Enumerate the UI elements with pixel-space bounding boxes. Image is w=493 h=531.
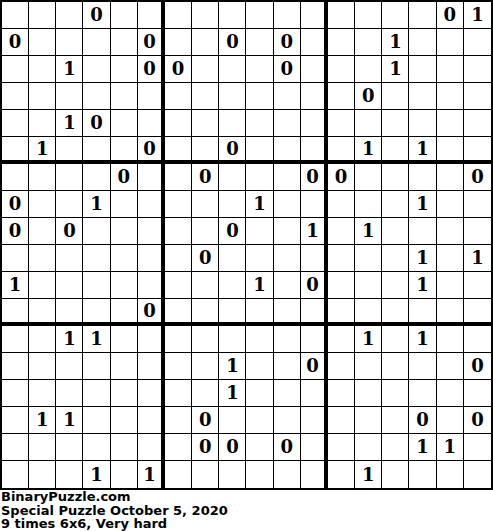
cell-r11c13[interactable] bbox=[328, 272, 355, 299]
cell-r18c1[interactable] bbox=[2, 461, 29, 488]
cell-r6c3[interactable] bbox=[56, 137, 83, 164]
cell-r17c11: 0 bbox=[274, 434, 301, 461]
cell-r3c11: 0 bbox=[274, 56, 301, 83]
cell-r4c10[interactable] bbox=[246, 83, 273, 110]
cell-r7c11[interactable] bbox=[274, 164, 301, 191]
cell-r12c4[interactable] bbox=[83, 299, 110, 326]
cell-r1c9[interactable] bbox=[219, 2, 246, 29]
cell-r10c3[interactable] bbox=[56, 245, 83, 272]
cell-r16c14[interactable] bbox=[355, 407, 382, 434]
puzzle-subtitle: Special Puzzle October 5, 2020 bbox=[1, 504, 493, 518]
cell-r3c18[interactable] bbox=[464, 56, 491, 83]
cell-r1c15[interactable] bbox=[382, 2, 409, 29]
cell-r15c12[interactable] bbox=[301, 380, 328, 407]
cell-r13c18[interactable] bbox=[464, 326, 491, 353]
cell-r4c13[interactable] bbox=[328, 83, 355, 110]
cell-r12c9[interactable] bbox=[219, 299, 246, 326]
cell-r2c14[interactable] bbox=[355, 29, 382, 56]
cell-r14c16[interactable] bbox=[409, 353, 436, 380]
cell-r4c1[interactable] bbox=[2, 83, 29, 110]
cell-r15c11[interactable] bbox=[274, 380, 301, 407]
cell-r5c13[interactable] bbox=[328, 110, 355, 137]
cell-r15c15[interactable] bbox=[382, 380, 409, 407]
cell-r10c9[interactable] bbox=[219, 245, 246, 272]
cell-r16c2: 1 bbox=[29, 407, 56, 434]
cell-r1c13[interactable] bbox=[328, 2, 355, 29]
cell-r16c15[interactable] bbox=[382, 407, 409, 434]
cell-r6c14: 1 bbox=[355, 137, 382, 164]
cell-r8c3[interactable] bbox=[56, 191, 83, 218]
cell-r12c11[interactable] bbox=[274, 299, 301, 326]
cell-r8c7[interactable] bbox=[165, 191, 192, 218]
cell-r17c18[interactable] bbox=[464, 434, 491, 461]
cell-r13c15[interactable] bbox=[382, 326, 409, 353]
cell-r17c10[interactable] bbox=[246, 434, 273, 461]
cell-r10c14[interactable] bbox=[355, 245, 382, 272]
cell-r6c13[interactable] bbox=[328, 137, 355, 164]
cell-r15c1[interactable] bbox=[2, 380, 29, 407]
cell-r16c4[interactable] bbox=[83, 407, 110, 434]
cell-r6c1[interactable] bbox=[2, 137, 29, 164]
cell-r10c18: 1 bbox=[464, 245, 491, 272]
cell-r14c6[interactable] bbox=[138, 353, 165, 380]
cell-r2c13[interactable] bbox=[328, 29, 355, 56]
cell-r3c10[interactable] bbox=[246, 56, 273, 83]
cell-r7c7[interactable] bbox=[165, 164, 192, 191]
cell-r9c16[interactable] bbox=[409, 218, 436, 245]
cell-r13c2[interactable] bbox=[29, 326, 56, 353]
cell-r9c15[interactable] bbox=[382, 218, 409, 245]
cell-r18c7[interactable] bbox=[165, 461, 192, 488]
cell-r16c10[interactable] bbox=[246, 407, 273, 434]
cell-r12c15[interactable] bbox=[382, 299, 409, 326]
cell-r6c16: 1 bbox=[409, 137, 436, 164]
cell-r4c14: 0 bbox=[355, 83, 382, 110]
cell-r9c1: 0 bbox=[2, 218, 29, 245]
cell-r8c5[interactable] bbox=[111, 191, 138, 218]
cell-r13c12[interactable] bbox=[301, 326, 328, 353]
cell-r15c2[interactable] bbox=[29, 380, 56, 407]
cell-r4c2[interactable] bbox=[29, 83, 56, 110]
cell-r9c11[interactable] bbox=[274, 218, 301, 245]
cell-r15c10[interactable] bbox=[246, 380, 273, 407]
puzzle-description: 9 times 6x6, Very hard bbox=[1, 517, 493, 531]
cell-r8c12[interactable] bbox=[301, 191, 328, 218]
cell-r7c5: 0 bbox=[111, 164, 138, 191]
cell-r5c8[interactable] bbox=[192, 110, 219, 137]
cell-r1c6[interactable] bbox=[138, 2, 165, 29]
cell-r12c14[interactable] bbox=[355, 299, 382, 326]
cell-r14c2[interactable] bbox=[29, 353, 56, 380]
cell-r12c7[interactable] bbox=[165, 299, 192, 326]
cell-r4c12[interactable] bbox=[301, 83, 328, 110]
cell-r17c4[interactable] bbox=[83, 434, 110, 461]
cell-r10c8: 0 bbox=[192, 245, 219, 272]
cell-r14c7[interactable] bbox=[165, 353, 192, 380]
footer: BinaryPuzzle.com Special Puzzle October … bbox=[1, 490, 493, 531]
cell-r12c13[interactable] bbox=[328, 299, 355, 326]
cell-r11c8[interactable] bbox=[192, 272, 219, 299]
cell-r2c6: 0 bbox=[138, 29, 165, 56]
cell-r3c16[interactable] bbox=[409, 56, 436, 83]
cell-r10c13[interactable] bbox=[328, 245, 355, 272]
cell-r3c8[interactable] bbox=[192, 56, 219, 83]
cell-r17c15[interactable] bbox=[382, 434, 409, 461]
cell-r3c2[interactable] bbox=[29, 56, 56, 83]
cell-r2c12[interactable] bbox=[301, 29, 328, 56]
cell-r16c1[interactable] bbox=[2, 407, 29, 434]
cell-r16c6[interactable] bbox=[138, 407, 165, 434]
cell-r10c5[interactable] bbox=[111, 245, 138, 272]
cell-r11c15[interactable] bbox=[382, 272, 409, 299]
cell-r6c8[interactable] bbox=[192, 137, 219, 164]
cell-r9c13[interactable] bbox=[328, 218, 355, 245]
cell-r7c6[interactable] bbox=[138, 164, 165, 191]
cell-r10c1[interactable] bbox=[2, 245, 29, 272]
cell-r12c10[interactable] bbox=[246, 299, 273, 326]
cell-r9c10[interactable] bbox=[246, 218, 273, 245]
cell-r4c3[interactable] bbox=[56, 83, 83, 110]
cell-r7c4[interactable] bbox=[83, 164, 110, 191]
cell-r17c8: 0 bbox=[192, 434, 219, 461]
cell-r12c3[interactable] bbox=[56, 299, 83, 326]
cell-r5c2[interactable] bbox=[29, 110, 56, 137]
cell-r9c18[interactable] bbox=[464, 218, 491, 245]
cell-r14c11[interactable] bbox=[274, 353, 301, 380]
cell-r5c9[interactable] bbox=[219, 110, 246, 137]
cell-r14c12: 0 bbox=[301, 353, 328, 380]
cell-r9c8[interactable] bbox=[192, 218, 219, 245]
cell-r18c10[interactable] bbox=[246, 461, 273, 488]
cell-r13c10[interactable] bbox=[246, 326, 273, 353]
cell-r13c7[interactable] bbox=[165, 326, 192, 353]
cell-r14c14[interactable] bbox=[355, 353, 382, 380]
cell-r18c9[interactable] bbox=[219, 461, 246, 488]
cell-r14c10[interactable] bbox=[246, 353, 273, 380]
cell-r9c5[interactable] bbox=[111, 218, 138, 245]
cell-r13c17[interactable] bbox=[437, 326, 464, 353]
cell-r12c8[interactable] bbox=[192, 299, 219, 326]
cell-r18c4: 1 bbox=[83, 461, 110, 488]
cell-r11c2[interactable] bbox=[29, 272, 56, 299]
cell-r5c10[interactable] bbox=[246, 110, 273, 137]
cell-r12c2[interactable] bbox=[29, 299, 56, 326]
cell-r17c6[interactable] bbox=[138, 434, 165, 461]
cell-r2c17[interactable] bbox=[437, 29, 464, 56]
cell-r5c14[interactable] bbox=[355, 110, 382, 137]
cell-r10c10[interactable] bbox=[246, 245, 273, 272]
cell-r2c3[interactable] bbox=[56, 29, 83, 56]
cell-r3c14[interactable] bbox=[355, 56, 382, 83]
cell-r1c10[interactable] bbox=[246, 2, 273, 29]
cell-r18c5[interactable] bbox=[111, 461, 138, 488]
cell-r2c7[interactable] bbox=[165, 29, 192, 56]
cell-r17c5[interactable] bbox=[111, 434, 138, 461]
cell-r10c4[interactable] bbox=[83, 245, 110, 272]
cell-r10c11[interactable] bbox=[274, 245, 301, 272]
cell-r14c4[interactable] bbox=[83, 353, 110, 380]
cell-r11c4[interactable] bbox=[83, 272, 110, 299]
cell-r4c18[interactable] bbox=[464, 83, 491, 110]
cell-r9c2[interactable] bbox=[29, 218, 56, 245]
cell-r7c3[interactable] bbox=[56, 164, 83, 191]
cell-r4c4[interactable] bbox=[83, 83, 110, 110]
cell-r10c12[interactable] bbox=[301, 245, 328, 272]
cell-r5c1[interactable] bbox=[2, 110, 29, 137]
cell-r1c12[interactable] bbox=[301, 2, 328, 29]
cell-r3c5[interactable] bbox=[111, 56, 138, 83]
cell-r7c9[interactable] bbox=[219, 164, 246, 191]
cell-r1c17: 0 bbox=[437, 2, 464, 29]
cell-r14c17[interactable] bbox=[437, 353, 464, 380]
cell-r3c4[interactable] bbox=[83, 56, 110, 83]
cell-r9c4[interactable] bbox=[83, 218, 110, 245]
cell-r6c17[interactable] bbox=[437, 137, 464, 164]
cell-r3c9[interactable] bbox=[219, 56, 246, 83]
cell-r1c2[interactable] bbox=[29, 2, 56, 29]
cell-r5c11[interactable] bbox=[274, 110, 301, 137]
cell-r14c1[interactable] bbox=[2, 353, 29, 380]
cell-r2c8[interactable] bbox=[192, 29, 219, 56]
cell-r13c4: 1 bbox=[83, 326, 110, 353]
cell-r17c13[interactable] bbox=[328, 434, 355, 461]
cell-r5c12[interactable] bbox=[301, 110, 328, 137]
cell-r14c9: 1 bbox=[219, 353, 246, 380]
cell-r1c1[interactable] bbox=[2, 2, 29, 29]
cell-r7c12: 0 bbox=[301, 164, 328, 191]
cell-r17c17: 1 bbox=[437, 434, 464, 461]
cell-r9c3: 0 bbox=[56, 218, 83, 245]
cell-r3c7: 0 bbox=[165, 56, 192, 83]
cell-r5c6[interactable] bbox=[138, 110, 165, 137]
cell-r13c3: 1 bbox=[56, 326, 83, 353]
cell-r8c18[interactable] bbox=[464, 191, 491, 218]
cell-r18c2[interactable] bbox=[29, 461, 56, 488]
cell-r10c7[interactable] bbox=[165, 245, 192, 272]
cell-r16c13[interactable] bbox=[328, 407, 355, 434]
cell-r4c15[interactable] bbox=[382, 83, 409, 110]
cell-r10c2[interactable] bbox=[29, 245, 56, 272]
cell-r6c5[interactable] bbox=[111, 137, 138, 164]
cell-r14c15[interactable] bbox=[382, 353, 409, 380]
puzzle-board: 0010000110001010100110000001110001101111… bbox=[2, 2, 491, 488]
cell-r7c15[interactable] bbox=[382, 164, 409, 191]
cell-r18c3[interactable] bbox=[56, 461, 83, 488]
cell-r9c17[interactable] bbox=[437, 218, 464, 245]
cell-r8c4: 1 bbox=[83, 191, 110, 218]
cell-r6c18[interactable] bbox=[464, 137, 491, 164]
cell-r16c9[interactable] bbox=[219, 407, 246, 434]
cell-r12c18[interactable] bbox=[464, 299, 491, 326]
cell-r1c3[interactable] bbox=[56, 2, 83, 29]
cell-r11c11[interactable] bbox=[274, 272, 301, 299]
cell-r5c7[interactable] bbox=[165, 110, 192, 137]
cell-r6c11[interactable] bbox=[274, 137, 301, 164]
cell-r15c16[interactable] bbox=[409, 380, 436, 407]
cell-r2c4[interactable] bbox=[83, 29, 110, 56]
cell-r3c17[interactable] bbox=[437, 56, 464, 83]
cell-r1c14[interactable] bbox=[355, 2, 382, 29]
cell-r16c5[interactable] bbox=[111, 407, 138, 434]
cell-r1c8[interactable] bbox=[192, 2, 219, 29]
cell-r3c12[interactable] bbox=[301, 56, 328, 83]
cell-r17c3[interactable] bbox=[56, 434, 83, 461]
cell-r1c5[interactable] bbox=[111, 2, 138, 29]
cell-r18c17[interactable] bbox=[437, 461, 464, 488]
cell-r11c7[interactable] bbox=[165, 272, 192, 299]
cell-r14c13[interactable] bbox=[328, 353, 355, 380]
cell-r15c3[interactable] bbox=[56, 380, 83, 407]
cell-r8c11[interactable] bbox=[274, 191, 301, 218]
cell-r12c5[interactable] bbox=[111, 299, 138, 326]
cell-r16c7[interactable] bbox=[165, 407, 192, 434]
cell-r7c14[interactable] bbox=[355, 164, 382, 191]
cell-r8c14[interactable] bbox=[355, 191, 382, 218]
cell-r4c11[interactable] bbox=[274, 83, 301, 110]
cell-r5c4: 0 bbox=[83, 110, 110, 137]
cell-r7c10[interactable] bbox=[246, 164, 273, 191]
cell-r2c5[interactable] bbox=[111, 29, 138, 56]
cell-r7c2[interactable] bbox=[29, 164, 56, 191]
cell-r9c6[interactable] bbox=[138, 218, 165, 245]
cell-r8c17[interactable] bbox=[437, 191, 464, 218]
cell-r11c18[interactable] bbox=[464, 272, 491, 299]
cell-r8c2[interactable] bbox=[29, 191, 56, 218]
cell-r11c9[interactable] bbox=[219, 272, 246, 299]
cell-r12c12[interactable] bbox=[301, 299, 328, 326]
cell-r17c7[interactable] bbox=[165, 434, 192, 461]
cell-r2c2[interactable] bbox=[29, 29, 56, 56]
cell-r5c3: 1 bbox=[56, 110, 83, 137]
cell-r7c16[interactable] bbox=[409, 164, 436, 191]
cell-r18c8[interactable] bbox=[192, 461, 219, 488]
cell-r2c16[interactable] bbox=[409, 29, 436, 56]
cell-r14c5[interactable] bbox=[111, 353, 138, 380]
cell-r16c18: 0 bbox=[464, 407, 491, 434]
cell-r6c7[interactable] bbox=[165, 137, 192, 164]
cell-r4c8[interactable] bbox=[192, 83, 219, 110]
cell-r13c5[interactable] bbox=[111, 326, 138, 353]
cell-r12c6: 0 bbox=[138, 299, 165, 326]
cell-r1c11[interactable] bbox=[274, 2, 301, 29]
cell-r18c14: 1 bbox=[355, 461, 382, 488]
cell-r18c13[interactable] bbox=[328, 461, 355, 488]
cell-r14c3[interactable] bbox=[56, 353, 83, 380]
cell-r4c16[interactable] bbox=[409, 83, 436, 110]
cell-r11c14[interactable] bbox=[355, 272, 382, 299]
cell-r13c6[interactable] bbox=[138, 326, 165, 353]
cell-r3c13[interactable] bbox=[328, 56, 355, 83]
cell-r5c16[interactable] bbox=[409, 110, 436, 137]
cell-r15c6[interactable] bbox=[138, 380, 165, 407]
cell-r16c17[interactable] bbox=[437, 407, 464, 434]
cell-r6c10[interactable] bbox=[246, 137, 273, 164]
cell-r13c9[interactable] bbox=[219, 326, 246, 353]
cell-r6c15[interactable] bbox=[382, 137, 409, 164]
cell-r4c5[interactable] bbox=[111, 83, 138, 110]
cell-r18c18[interactable] bbox=[464, 461, 491, 488]
cell-r4c9[interactable] bbox=[219, 83, 246, 110]
cell-r13c11[interactable] bbox=[274, 326, 301, 353]
cell-r5c18[interactable] bbox=[464, 110, 491, 137]
cell-r12c16[interactable] bbox=[409, 299, 436, 326]
cell-r15c5[interactable] bbox=[111, 380, 138, 407]
cell-r8c9[interactable] bbox=[219, 191, 246, 218]
cell-r13c13[interactable] bbox=[328, 326, 355, 353]
cell-r5c5[interactable] bbox=[111, 110, 138, 137]
cell-r9c7[interactable] bbox=[165, 218, 192, 245]
cell-r15c4[interactable] bbox=[83, 380, 110, 407]
cell-r15c8[interactable] bbox=[192, 380, 219, 407]
cell-r15c13[interactable] bbox=[328, 380, 355, 407]
cell-r11c3[interactable] bbox=[56, 272, 83, 299]
cell-r1c7[interactable] bbox=[165, 2, 192, 29]
cell-r16c11[interactable] bbox=[274, 407, 301, 434]
cell-r18c15[interactable] bbox=[382, 461, 409, 488]
cell-r18c12[interactable] bbox=[301, 461, 328, 488]
cell-r3c3: 1 bbox=[56, 56, 83, 83]
cell-r11c5[interactable] bbox=[111, 272, 138, 299]
cell-r8c8[interactable] bbox=[192, 191, 219, 218]
cell-r4c7[interactable] bbox=[165, 83, 192, 110]
cell-r12c17[interactable] bbox=[437, 299, 464, 326]
cell-r15c18[interactable] bbox=[464, 380, 491, 407]
cell-r6c12[interactable] bbox=[301, 137, 328, 164]
cell-r2c18[interactable] bbox=[464, 29, 491, 56]
cell-r11c6[interactable] bbox=[138, 272, 165, 299]
cell-r12c1[interactable] bbox=[2, 299, 29, 326]
cell-r11c12: 0 bbox=[301, 272, 328, 299]
cell-r8c13[interactable] bbox=[328, 191, 355, 218]
cell-r10c15[interactable] bbox=[382, 245, 409, 272]
cell-r17c1[interactable] bbox=[2, 434, 29, 461]
cell-r14c8[interactable] bbox=[192, 353, 219, 380]
cell-r17c12[interactable] bbox=[301, 434, 328, 461]
cell-r15c17[interactable] bbox=[437, 380, 464, 407]
cell-r4c17[interactable] bbox=[437, 83, 464, 110]
cell-r17c2[interactable] bbox=[29, 434, 56, 461]
cell-r8c6[interactable] bbox=[138, 191, 165, 218]
cell-r15c9: 1 bbox=[219, 380, 246, 407]
cell-r17c14[interactable] bbox=[355, 434, 382, 461]
cell-r1c18: 1 bbox=[464, 2, 491, 29]
cell-r18c16[interactable] bbox=[409, 461, 436, 488]
cell-r13c8[interactable] bbox=[192, 326, 219, 353]
cell-r15c14[interactable] bbox=[355, 380, 382, 407]
cell-r8c15[interactable] bbox=[382, 191, 409, 218]
cell-r1c16[interactable] bbox=[409, 2, 436, 29]
cell-r13c1[interactable] bbox=[2, 326, 29, 353]
cell-r15c7[interactable] bbox=[165, 380, 192, 407]
cell-r6c4[interactable] bbox=[83, 137, 110, 164]
cell-r8c16: 1 bbox=[409, 191, 436, 218]
cell-r11c10: 1 bbox=[246, 272, 273, 299]
cell-r16c12[interactable] bbox=[301, 407, 328, 434]
cell-r10c17[interactable] bbox=[437, 245, 464, 272]
cell-r4c6[interactable] bbox=[138, 83, 165, 110]
cell-r10c6[interactable] bbox=[138, 245, 165, 272]
cell-r3c6: 0 bbox=[138, 56, 165, 83]
cell-r9c14: 1 bbox=[355, 218, 382, 245]
cell-r18c11[interactable] bbox=[274, 461, 301, 488]
cell-r5c17[interactable] bbox=[437, 110, 464, 137]
cell-r5c15[interactable] bbox=[382, 110, 409, 137]
cell-r11c17[interactable] bbox=[437, 272, 464, 299]
cell-r7c1[interactable] bbox=[2, 164, 29, 191]
cell-r3c1[interactable] bbox=[2, 56, 29, 83]
cell-r2c10[interactable] bbox=[246, 29, 273, 56]
cell-r7c17[interactable] bbox=[437, 164, 464, 191]
